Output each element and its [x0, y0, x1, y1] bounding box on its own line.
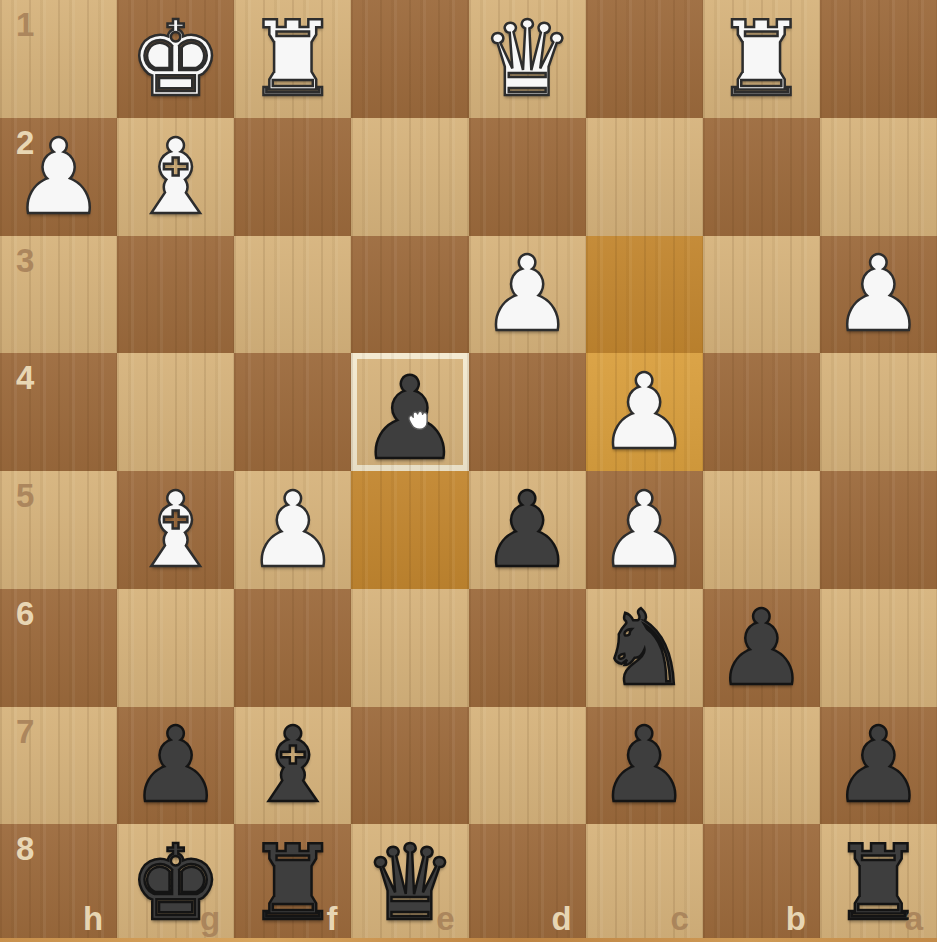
piece-white-rook[interactable]: ♜ — [234, 0, 351, 118]
file-label-c: c — [670, 900, 688, 938]
square-c7[interactable]: ♟ — [586, 707, 703, 825]
square-d7[interactable] — [469, 707, 586, 825]
square-c2[interactable] — [586, 118, 703, 236]
rank-label-6: 6 — [16, 595, 34, 633]
square-d1[interactable]: ♛ — [469, 0, 586, 118]
grabbing-hand-cursor — [401, 400, 439, 438]
square-h6[interactable]: 6 — [0, 589, 117, 707]
file-label-f: f — [326, 900, 337, 938]
square-b5[interactable] — [703, 471, 820, 589]
square-f1[interactable]: ♜ — [234, 0, 351, 118]
square-g7[interactable]: ♟ — [117, 707, 234, 825]
piece-black-knight[interactable]: ♞ — [586, 589, 703, 707]
piece-black-pawn[interactable]: ♟ — [351, 360, 468, 478]
square-b1[interactable]: ♜ — [703, 0, 820, 118]
piece-black-pawn[interactable]: ♟ — [469, 471, 586, 589]
square-b8[interactable]: b — [703, 824, 820, 942]
piece-white-rook[interactable]: ♜ — [703, 0, 820, 118]
piece-black-queen[interactable]: ♛ — [351, 824, 468, 942]
square-h7[interactable]: 7 — [0, 707, 117, 825]
square-e1[interactable] — [351, 0, 468, 118]
square-d3[interactable]: ♟ — [469, 236, 586, 354]
square-h3[interactable]: 3 — [0, 236, 117, 354]
square-c6[interactable]: ♞ — [586, 589, 703, 707]
rank-label-1: 1 — [16, 6, 34, 44]
square-f4[interactable] — [234, 353, 351, 471]
square-h8[interactable]: 8h — [0, 824, 117, 942]
square-g8[interactable]: g♚ — [117, 824, 234, 942]
square-g3[interactable] — [117, 236, 234, 354]
square-g1[interactable]: ♚ — [117, 0, 234, 118]
square-d4[interactable] — [469, 353, 586, 471]
piece-white-bishop[interactable]: ♝ — [117, 118, 234, 236]
square-a6[interactable] — [820, 589, 937, 707]
piece-black-rook[interactable]: ♜ — [234, 824, 351, 942]
file-label-a: a — [905, 900, 923, 938]
rank-label-7: 7 — [16, 713, 34, 751]
piece-black-pawn[interactable]: ♟ — [117, 707, 234, 825]
piece-white-pawn[interactable]: ♟ — [0, 118, 117, 236]
rank-label-5: 5 — [16, 477, 34, 515]
piece-white-queen[interactable]: ♛ — [469, 0, 586, 118]
piece-black-pawn[interactable]: ♟ — [586, 707, 703, 825]
square-c1[interactable] — [586, 0, 703, 118]
square-d6[interactable] — [469, 589, 586, 707]
piece-white-bishop[interactable]: ♝ — [117, 471, 234, 589]
chess-board: 1♚♜♛♜2♟♝3♟♟4♟♟5♝♟♟♟6♞♟7♟♝♟♟8hg♚f♜e♛dcba♜ — [0, 0, 937, 942]
square-e3[interactable] — [351, 236, 468, 354]
square-a4[interactable] — [820, 353, 937, 471]
square-a1[interactable] — [820, 0, 937, 118]
rank-label-8: 8 — [16, 830, 34, 868]
square-e5[interactable] — [351, 471, 468, 589]
square-f3[interactable] — [234, 236, 351, 354]
piece-black-rook[interactable]: ♜ — [820, 824, 937, 942]
file-label-e: e — [436, 900, 454, 938]
square-a8[interactable]: a♜ — [820, 824, 937, 942]
piece-white-king[interactable]: ♚ — [117, 0, 234, 118]
file-label-g: g — [200, 900, 220, 938]
file-label-b: b — [786, 900, 806, 938]
piece-black-pawn[interactable]: ♟ — [703, 589, 820, 707]
square-a2[interactable] — [820, 118, 937, 236]
square-b3[interactable] — [703, 236, 820, 354]
piece-white-pawn[interactable]: ♟ — [234, 471, 351, 589]
rank-label-3: 3 — [16, 242, 34, 280]
square-h1[interactable]: 1 — [0, 0, 117, 118]
square-d5[interactable]: ♟ — [469, 471, 586, 589]
square-b6[interactable]: ♟ — [703, 589, 820, 707]
square-b7[interactable] — [703, 707, 820, 825]
square-f6[interactable] — [234, 589, 351, 707]
square-c5[interactable]: ♟ — [586, 471, 703, 589]
square-d8[interactable]: d — [469, 824, 586, 942]
square-c4[interactable]: ♟ — [586, 353, 703, 471]
square-a7[interactable]: ♟ — [820, 707, 937, 825]
piece-white-pawn[interactable]: ♟ — [586, 471, 703, 589]
square-e7[interactable] — [351, 707, 468, 825]
square-g6[interactable] — [117, 589, 234, 707]
bottom-edge-strip — [0, 938, 937, 942]
square-e4[interactable]: ♟ — [351, 353, 468, 471]
square-b2[interactable] — [703, 118, 820, 236]
square-g4[interactable] — [117, 353, 234, 471]
square-f7[interactable]: ♝ — [234, 707, 351, 825]
square-c3[interactable] — [586, 236, 703, 354]
piece-white-pawn[interactable]: ♟ — [586, 353, 703, 471]
square-f5[interactable]: ♟ — [234, 471, 351, 589]
piece-black-king[interactable]: ♚ — [117, 824, 234, 942]
file-label-d: d — [551, 900, 571, 938]
square-e2[interactable] — [351, 118, 468, 236]
square-g2[interactable]: ♝ — [117, 118, 234, 236]
piece-black-bishop[interactable]: ♝ — [234, 707, 351, 825]
piece-white-pawn[interactable]: ♟ — [469, 236, 586, 354]
square-f8[interactable]: f♜ — [234, 824, 351, 942]
square-b4[interactable] — [703, 353, 820, 471]
square-h2[interactable]: 2♟ — [0, 118, 117, 236]
square-e6[interactable] — [351, 589, 468, 707]
square-d2[interactable] — [469, 118, 586, 236]
square-g5[interactable]: ♝ — [117, 471, 234, 589]
square-h4[interactable]: 4 — [0, 353, 117, 471]
square-a3[interactable]: ♟ — [820, 236, 937, 354]
piece-black-pawn[interactable]: ♟ — [820, 707, 937, 825]
chess-app-viewport: 1♚♜♛♜2♟♝3♟♟4♟♟5♝♟♟♟6♞♟7♟♝♟♟8hg♚f♜e♛dcba♜ — [0, 0, 937, 942]
square-c8[interactable]: c — [586, 824, 703, 942]
piece-white-pawn[interactable]: ♟ — [820, 236, 937, 354]
rank-label-2: 2 — [16, 124, 34, 162]
square-e8[interactable]: e♛ — [351, 824, 468, 942]
square-f2[interactable] — [234, 118, 351, 236]
square-h5[interactable]: 5 — [0, 471, 117, 589]
file-label-h: h — [83, 900, 103, 938]
rank-label-4: 4 — [16, 359, 34, 397]
square-a5[interactable] — [820, 471, 937, 589]
